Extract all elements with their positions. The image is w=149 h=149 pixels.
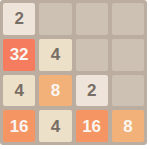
tile-16: 16 [3, 110, 35, 142]
tile-4: 4 [3, 75, 35, 107]
empty-cell [112, 39, 144, 71]
empty-cell [76, 3, 108, 35]
tile-2: 2 [76, 75, 108, 107]
empty-cell [112, 75, 144, 107]
empty-cell [76, 39, 108, 71]
empty-cell [112, 3, 144, 35]
tile-4: 4 [39, 39, 71, 71]
tile-8: 8 [112, 110, 144, 142]
tile-4: 4 [39, 110, 71, 142]
tile-16: 16 [76, 110, 108, 142]
tile-2: 2 [3, 3, 35, 35]
tile-32: 32 [3, 39, 35, 71]
empty-cell [39, 3, 71, 35]
game-board[interactable]: 2324482164168 [0, 0, 147, 145]
tile-8: 8 [39, 75, 71, 107]
